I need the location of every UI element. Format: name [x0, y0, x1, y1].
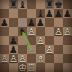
square-c4[interactable] — [18, 36, 27, 45]
square-f1[interactable] — [45, 63, 54, 72]
piece-black-pawn-g7[interactable]: ♟ — [54, 9, 63, 18]
square-f7[interactable]: ♟ — [45, 9, 54, 18]
chess-board: ♜♝♜♚♝♟♟♟♟♟♟♞♙♙♙♟♙♟♘♙♙♙♙♗♔♖ — [0, 0, 72, 72]
piece-black-pawn-e6[interactable]: ♟ — [36, 18, 45, 27]
square-c5[interactable]: ♞ — [18, 27, 27, 36]
piece-white-pawn-d5[interactable]: ♙ — [27, 27, 36, 36]
square-b8[interactable]: ♜ — [9, 0, 18, 9]
square-g5[interactable]: ♙ — [54, 27, 63, 36]
piece-white-bishop-e2[interactable]: ♗ — [36, 54, 45, 63]
square-h1[interactable] — [63, 63, 72, 72]
piece-white-knight-d3[interactable]: ♘ — [27, 45, 36, 54]
square-c7[interactable] — [18, 9, 27, 18]
square-a6[interactable]: ♟ — [0, 18, 9, 27]
square-d3[interactable]: ♘ — [27, 45, 36, 54]
square-a5[interactable] — [0, 27, 9, 36]
square-c8[interactable]: ♝ — [18, 0, 27, 9]
square-e4[interactable]: ♙ — [36, 36, 45, 45]
square-h2[interactable] — [63, 54, 72, 63]
square-b7[interactable] — [9, 9, 18, 18]
square-d1[interactable]: ♖ — [27, 63, 36, 72]
square-h4[interactable] — [63, 36, 72, 45]
piece-black-knight-c5[interactable]: ♞ — [18, 27, 27, 36]
piece-white-king-c1[interactable]: ♔ — [18, 63, 27, 72]
square-f2[interactable] — [45, 54, 54, 63]
square-e2[interactable]: ♗ — [36, 54, 45, 63]
square-d5[interactable]: ♙ — [27, 27, 36, 36]
square-a4[interactable] — [0, 36, 9, 45]
piece-white-pawn-e4[interactable]: ♙ — [36, 36, 45, 45]
piece-black-bishop-c8[interactable]: ♝ — [18, 0, 27, 9]
square-b1[interactable] — [9, 63, 18, 72]
square-a1[interactable] — [0, 63, 9, 72]
square-e1[interactable] — [36, 63, 45, 72]
square-g4[interactable] — [54, 36, 63, 45]
piece-black-pawn-h7[interactable]: ♟ — [63, 9, 72, 18]
square-h7[interactable]: ♟ — [63, 9, 72, 18]
piece-black-pawn-f7[interactable]: ♟ — [45, 9, 54, 18]
square-b6[interactable] — [9, 18, 18, 27]
piece-white-pawn-f3[interactable]: ♙ — [45, 45, 54, 54]
square-a8[interactable] — [0, 0, 9, 9]
square-f3[interactable]: ♙ — [45, 45, 54, 54]
square-d8[interactable] — [27, 0, 36, 9]
piece-white-pawn-h5[interactable]: ♙ — [63, 27, 72, 36]
square-c1[interactable]: ♔ — [18, 63, 27, 72]
chess-board-wrap: ♜♝♜♚♝♟♟♟♟♟♟♞♙♙♙♟♙♟♘♙♙♙♙♗♔♖ — [0, 0, 72, 72]
square-g7[interactable]: ♟ — [54, 9, 63, 18]
square-a2[interactable]: ♙ — [0, 54, 9, 63]
piece-black-rook-b8[interactable]: ♜ — [9, 0, 18, 9]
square-g1[interactable] — [54, 63, 63, 72]
square-f5[interactable] — [45, 27, 54, 36]
square-h3[interactable] — [63, 45, 72, 54]
square-e6[interactable]: ♟ — [36, 18, 45, 27]
piece-white-pawn-g5[interactable]: ♙ — [54, 27, 63, 36]
piece-white-pawn-b2[interactable]: ♙ — [9, 54, 18, 63]
piece-white-pawn-a2[interactable]: ♙ — [0, 54, 9, 63]
square-g2[interactable] — [54, 54, 63, 63]
square-g3[interactable] — [54, 45, 63, 54]
square-h5[interactable]: ♙ — [63, 27, 72, 36]
piece-white-rook-d1[interactable]: ♖ — [27, 63, 36, 72]
piece-black-pawn-a6[interactable]: ♟ — [0, 18, 9, 27]
square-b2[interactable]: ♙ — [9, 54, 18, 63]
square-f6[interactable] — [45, 18, 54, 27]
